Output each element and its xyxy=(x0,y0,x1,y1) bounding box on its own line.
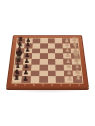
coordinate-label: 7 xyxy=(20,83,29,87)
black-r-piece: ♜ xyxy=(14,75,20,82)
square-b3 xyxy=(56,70,65,76)
square-a5 xyxy=(39,76,48,82)
square-b5 xyxy=(39,70,48,76)
coordinate-label: 8 xyxy=(11,83,20,87)
square-a1: ♜ xyxy=(73,76,82,82)
square-a2: ♟ xyxy=(65,76,74,82)
coordinate-label: 2 xyxy=(65,83,74,87)
square-a7: ♟ xyxy=(21,76,30,82)
square-b6 xyxy=(30,70,39,76)
coordinate-label: 1 xyxy=(74,83,83,87)
square-b4 xyxy=(48,70,57,76)
chess-board: ♜♟♟♜♞♟♟♞♝♟♟♝♚♟♟♚♛♟♟♛♝♟♟♝♞♟♟♞♜♟♟♜ 8765432… xyxy=(6,35,89,88)
square-a6 xyxy=(30,76,39,82)
white-r-piece: ♜ xyxy=(75,75,81,82)
board-grid: ♜♟♟♜♞♟♟♞♝♟♟♝♚♟♟♚♛♟♟♛♝♟♟♝♞♟♟♞♜♟♟♜ xyxy=(12,38,84,84)
coordinate-label: 6 xyxy=(29,83,38,87)
square-a4 xyxy=(48,76,57,82)
square-a3 xyxy=(56,76,65,82)
coordinate-label: 5 xyxy=(38,83,47,87)
white-p-piece: ♟ xyxy=(66,76,72,82)
coordinate-label: 3 xyxy=(56,83,65,87)
black-p-piece: ♟ xyxy=(23,76,29,82)
board-edge xyxy=(6,88,89,91)
product-photo-stage: ♜♟♟♜♞♟♟♞♝♟♟♝♚♟♟♚♛♟♟♛♝♟♟♝♞♟♟♞♜♟♟♜ 8765432… xyxy=(0,0,95,126)
coordinate-label: 4 xyxy=(48,83,57,87)
bottom-coordinate-labels: 87654321 xyxy=(11,83,84,87)
